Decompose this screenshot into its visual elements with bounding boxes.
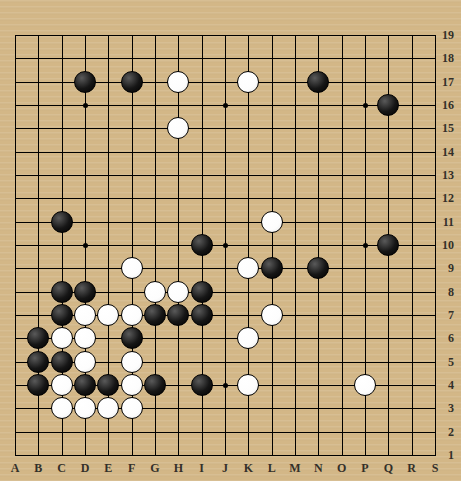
black-stone bbox=[307, 257, 329, 279]
grid-vertical-line bbox=[318, 35, 319, 456]
column-label: O bbox=[337, 461, 346, 476]
white-stone bbox=[74, 351, 96, 373]
star-point bbox=[83, 103, 88, 108]
grid-vertical-line bbox=[412, 35, 413, 456]
white-stone bbox=[167, 117, 189, 139]
star-point bbox=[83, 243, 88, 248]
white-stone bbox=[167, 281, 189, 303]
column-label: G bbox=[150, 461, 159, 476]
black-stone bbox=[121, 327, 143, 349]
row-label: 2 bbox=[438, 424, 454, 439]
black-stone bbox=[144, 374, 166, 396]
white-stone bbox=[121, 257, 143, 279]
white-stone bbox=[74, 397, 96, 419]
black-stone bbox=[51, 281, 73, 303]
white-stone bbox=[237, 257, 259, 279]
white-stone bbox=[354, 374, 376, 396]
black-stone bbox=[191, 234, 213, 256]
row-label: 10 bbox=[438, 238, 454, 253]
column-label: A bbox=[11, 461, 20, 476]
column-label: K bbox=[244, 461, 253, 476]
column-label: C bbox=[57, 461, 66, 476]
white-stone bbox=[261, 304, 283, 326]
black-stone bbox=[191, 281, 213, 303]
white-stone bbox=[51, 374, 73, 396]
white-stone bbox=[237, 327, 259, 349]
black-stone bbox=[74, 374, 96, 396]
column-label: S bbox=[432, 461, 439, 476]
black-stone bbox=[27, 374, 49, 396]
row-label: 5 bbox=[438, 354, 454, 369]
black-stone bbox=[121, 71, 143, 93]
black-stone bbox=[144, 304, 166, 326]
column-label: F bbox=[128, 461, 135, 476]
white-stone bbox=[51, 397, 73, 419]
black-stone bbox=[377, 234, 399, 256]
row-label: 14 bbox=[438, 144, 454, 159]
black-stone bbox=[97, 374, 119, 396]
row-label: 15 bbox=[438, 121, 454, 136]
black-stone bbox=[307, 71, 329, 93]
black-stone bbox=[191, 374, 213, 396]
column-label: B bbox=[34, 461, 42, 476]
column-label: J bbox=[222, 461, 228, 476]
white-stone bbox=[97, 397, 119, 419]
black-stone bbox=[51, 351, 73, 373]
white-stone bbox=[167, 71, 189, 93]
black-stone bbox=[377, 94, 399, 116]
white-stone bbox=[121, 351, 143, 373]
white-stone bbox=[121, 304, 143, 326]
white-stone bbox=[237, 71, 259, 93]
white-stone bbox=[121, 397, 143, 419]
row-label: 11 bbox=[438, 214, 454, 229]
row-label: 13 bbox=[438, 168, 454, 183]
white-stone bbox=[144, 281, 166, 303]
black-stone bbox=[51, 211, 73, 233]
black-stone bbox=[74, 281, 96, 303]
star-point bbox=[223, 103, 228, 108]
row-label: 9 bbox=[438, 261, 454, 276]
black-stone bbox=[51, 304, 73, 326]
row-label: 1 bbox=[438, 448, 454, 463]
white-stone bbox=[74, 304, 96, 326]
black-stone bbox=[167, 304, 189, 326]
white-stone bbox=[121, 374, 143, 396]
go-board[interactable]: ABCDEFGHIJKLMNOPQRS191817161514131211109… bbox=[0, 0, 461, 481]
column-label: L bbox=[268, 461, 276, 476]
column-label: Q bbox=[384, 461, 393, 476]
white-stone bbox=[97, 304, 119, 326]
grid-vertical-line bbox=[435, 35, 436, 456]
row-label: 17 bbox=[438, 74, 454, 89]
star-point bbox=[223, 383, 228, 388]
black-stone bbox=[191, 304, 213, 326]
white-stone bbox=[261, 211, 283, 233]
black-stone bbox=[74, 71, 96, 93]
row-label: 18 bbox=[438, 51, 454, 66]
row-label: 12 bbox=[438, 191, 454, 206]
grid-horizontal-line bbox=[15, 455, 436, 456]
star-point bbox=[363, 243, 368, 248]
grid-horizontal-line bbox=[15, 432, 436, 433]
grid-vertical-line bbox=[342, 35, 343, 456]
grid-vertical-line bbox=[295, 35, 296, 456]
column-label: E bbox=[104, 461, 112, 476]
column-label: N bbox=[314, 461, 323, 476]
column-label: M bbox=[289, 461, 300, 476]
row-label: 3 bbox=[438, 401, 454, 416]
column-label: D bbox=[81, 461, 90, 476]
black-stone bbox=[27, 351, 49, 373]
star-point bbox=[363, 103, 368, 108]
star-point bbox=[223, 243, 228, 248]
white-stone bbox=[74, 327, 96, 349]
grid-vertical-line bbox=[272, 35, 273, 456]
column-label: H bbox=[174, 461, 183, 476]
column-label: P bbox=[361, 461, 368, 476]
white-stone bbox=[237, 374, 259, 396]
row-label: 6 bbox=[438, 331, 454, 346]
row-label: 7 bbox=[438, 308, 454, 323]
black-stone bbox=[27, 327, 49, 349]
black-stone bbox=[261, 257, 283, 279]
row-label: 16 bbox=[438, 98, 454, 113]
column-label: I bbox=[199, 461, 204, 476]
row-label: 4 bbox=[438, 378, 454, 393]
grid-horizontal-line bbox=[15, 268, 436, 269]
row-label: 19 bbox=[438, 28, 454, 43]
white-stone bbox=[51, 327, 73, 349]
row-label: 8 bbox=[438, 284, 454, 299]
column-label: R bbox=[407, 461, 416, 476]
